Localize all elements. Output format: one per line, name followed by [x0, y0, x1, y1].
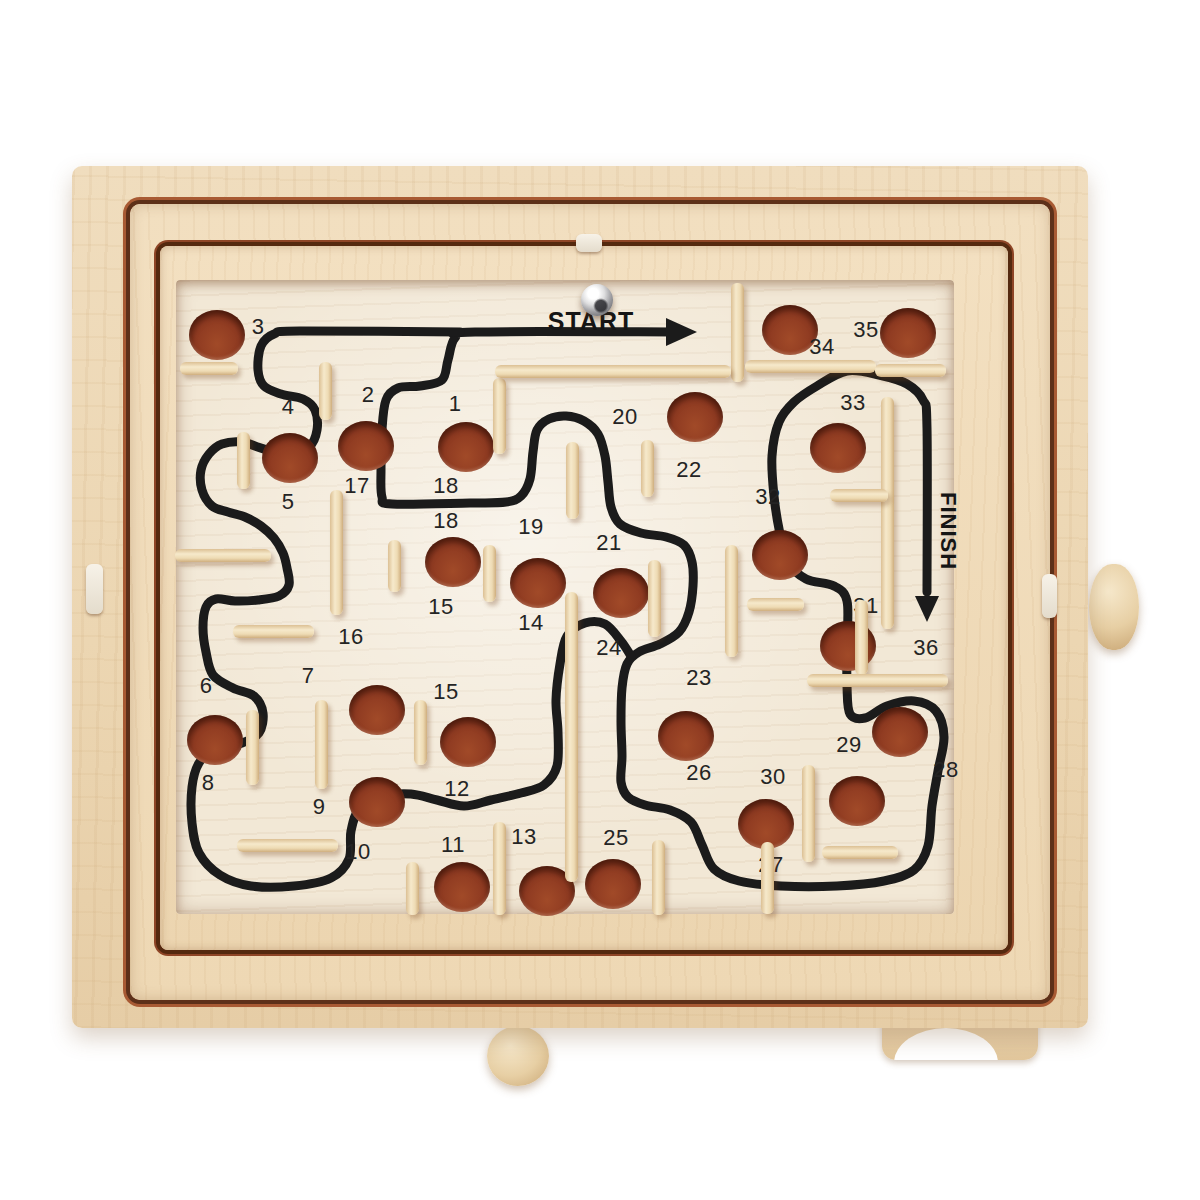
maze-hole — [658, 711, 714, 761]
maze-wall — [180, 362, 238, 375]
hole-number: 26 — [686, 760, 711, 786]
maze-hole — [510, 558, 566, 608]
maze-hole — [434, 862, 490, 912]
maze-wall — [648, 560, 661, 637]
maze-hole — [872, 707, 928, 757]
maze-hole — [425, 537, 481, 587]
maze-wall — [565, 592, 578, 882]
maze-wall — [406, 862, 419, 915]
maze-wall — [388, 540, 401, 592]
maze-wall — [237, 432, 250, 489]
hole-number: 32 — [755, 484, 780, 510]
hole-number: 19 — [518, 514, 543, 540]
maze-hole — [829, 776, 885, 826]
maze-wall — [807, 674, 948, 687]
maze-hole — [349, 777, 405, 827]
hole-number: 2 — [362, 382, 375, 408]
maze-wall — [652, 840, 665, 915]
hole-number: 11 — [441, 832, 465, 858]
maze-wall — [830, 489, 888, 502]
maze-wall — [233, 625, 314, 638]
maze-hole — [189, 310, 245, 360]
hole-number: 14 — [518, 610, 543, 636]
hole-number: 1 — [449, 391, 462, 417]
hole-number: 28 — [933, 757, 958, 783]
hole-number: 34 — [809, 334, 834, 360]
maze-wall — [855, 600, 868, 675]
hole-number: 15 — [428, 594, 453, 620]
tilt-knob-bottom[interactable] — [487, 1026, 549, 1086]
tilt-knob-right[interactable] — [1089, 564, 1139, 650]
maze-wall — [822, 846, 898, 859]
hole-number: 8 — [202, 770, 215, 796]
maze-wall — [881, 397, 894, 629]
hole-number: 33 — [840, 390, 865, 416]
hole-number: 5 — [282, 489, 295, 515]
hole-number: 18 — [433, 508, 458, 534]
maze-wall — [495, 365, 731, 378]
hole-number: 16 — [338, 624, 363, 650]
pivot-dowel-top — [576, 234, 602, 252]
hole-number: 20 — [612, 404, 637, 430]
finish-label: FINISH — [935, 492, 961, 570]
hole-number: 9 — [313, 794, 326, 820]
maze-hole — [593, 568, 649, 618]
pivot-dowel-right — [1042, 574, 1057, 618]
maze-wall — [566, 442, 579, 519]
hole-number: 29 — [836, 732, 861, 758]
maze-hole — [752, 530, 808, 580]
foot-arch-cutout — [894, 1028, 998, 1060]
maze-wall — [761, 842, 774, 914]
hole-number: 18 — [433, 473, 458, 499]
maze-hole — [262, 433, 318, 483]
hole-number: 23 — [686, 665, 711, 691]
maze-hole — [349, 685, 405, 735]
hole-number: 13 — [511, 824, 536, 850]
maze-wall — [802, 765, 815, 862]
hole-number: 25 — [603, 825, 628, 851]
hole-number: 22 — [676, 457, 701, 483]
maze-hole — [338, 421, 394, 471]
maze-hole — [440, 717, 496, 767]
maze-hole — [585, 859, 641, 909]
maze-wall — [747, 598, 804, 611]
maze-wall — [493, 822, 506, 915]
hole-number: 15 — [433, 679, 458, 705]
hole-number: 4 — [282, 394, 295, 420]
hole-number: 36 — [913, 635, 938, 661]
labyrinth-game-photo: START FINISH 342120343533223217181819215… — [0, 0, 1200, 1200]
maze-hole — [880, 308, 936, 358]
maze-wall — [483, 545, 496, 602]
maze-wall — [330, 490, 343, 615]
hole-number: 35 — [853, 317, 878, 343]
maze-hole — [810, 423, 866, 473]
maze-wall — [493, 378, 506, 454]
steel-ball[interactable] — [581, 284, 613, 316]
maze-wall — [237, 839, 338, 852]
maze-wall — [641, 440, 654, 497]
hole-number: 6 — [200, 673, 213, 699]
maze-wall — [319, 362, 332, 420]
maze-wall — [315, 700, 328, 789]
hole-number: 12 — [444, 776, 469, 802]
maze-wall — [175, 549, 271, 562]
maze-hole — [438, 422, 494, 472]
maze-hole — [667, 392, 723, 442]
maze-wall — [731, 283, 744, 382]
hole-number: 7 — [302, 663, 315, 689]
maze-wall — [246, 710, 259, 785]
maze-wall — [875, 364, 946, 377]
pivot-dowel-left — [86, 564, 103, 614]
hole-number: 21 — [596, 530, 621, 556]
hole-number: 24 — [596, 635, 621, 661]
maze-wall — [725, 545, 738, 657]
maze-hole — [187, 715, 243, 765]
maze-wall — [745, 360, 876, 373]
maze-wall — [414, 700, 427, 765]
hole-number: 10 — [345, 839, 370, 865]
hole-number: 30 — [760, 764, 785, 790]
hole-number: 17 — [344, 473, 369, 499]
hole-number: 3 — [252, 314, 265, 340]
